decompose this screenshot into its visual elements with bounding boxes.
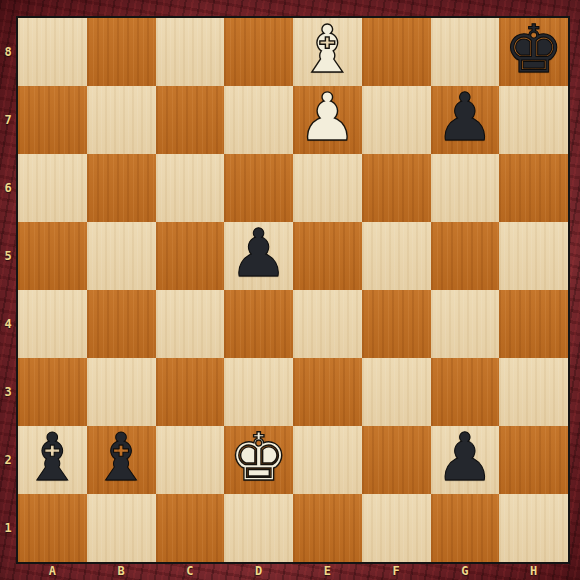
square-g4[interactable] <box>431 290 500 358</box>
rank-label-7: 7 <box>0 86 16 154</box>
square-d6[interactable] <box>224 154 293 222</box>
square-a2[interactable]: ♝ <box>18 426 87 494</box>
square-f6[interactable] <box>362 154 431 222</box>
white-king[interactable]: ♚ <box>229 424 288 492</box>
square-c7[interactable] <box>156 86 225 154</box>
black-bishop[interactable]: ♝ <box>92 424 151 492</box>
rank-label-4: 4 <box>0 290 16 358</box>
square-c5[interactable] <box>156 222 225 290</box>
square-h1[interactable] <box>499 494 568 562</box>
file-labels: ABCDEFGH <box>18 562 568 579</box>
square-f1[interactable] <box>362 494 431 562</box>
square-g3[interactable] <box>431 358 500 426</box>
square-f2[interactable] <box>362 426 431 494</box>
black-bishop[interactable]: ♝ <box>23 424 82 492</box>
square-g7[interactable]: ♟ <box>431 86 500 154</box>
square-b2[interactable]: ♝ <box>87 426 156 494</box>
square-d7[interactable] <box>224 86 293 154</box>
square-h6[interactable] <box>499 154 568 222</box>
rank-label-1: 1 <box>0 494 16 562</box>
square-c8[interactable] <box>156 18 225 86</box>
square-f5[interactable] <box>362 222 431 290</box>
file-label-d: D <box>224 562 293 579</box>
square-a4[interactable] <box>18 290 87 358</box>
square-c1[interactable] <box>156 494 225 562</box>
square-f8[interactable] <box>362 18 431 86</box>
square-b6[interactable] <box>87 154 156 222</box>
square-e6[interactable] <box>293 154 362 222</box>
square-d3[interactable] <box>224 358 293 426</box>
square-h4[interactable] <box>499 290 568 358</box>
rank-label-3: 3 <box>0 358 16 426</box>
square-c6[interactable] <box>156 154 225 222</box>
square-h5[interactable] <box>499 222 568 290</box>
square-g5[interactable] <box>431 222 500 290</box>
square-b8[interactable] <box>87 18 156 86</box>
chess-board: ♝♚♟♟♟♝♝♚♟ <box>16 16 570 564</box>
square-d8[interactable] <box>224 18 293 86</box>
square-h3[interactable] <box>499 358 568 426</box>
square-e7[interactable]: ♟ <box>293 86 362 154</box>
square-g6[interactable] <box>431 154 500 222</box>
square-b5[interactable] <box>87 222 156 290</box>
rank-label-5: 5 <box>0 222 16 290</box>
square-d1[interactable] <box>224 494 293 562</box>
square-c3[interactable] <box>156 358 225 426</box>
square-f3[interactable] <box>362 358 431 426</box>
file-label-g: G <box>431 562 500 579</box>
black-pawn[interactable]: ♟ <box>229 220 288 288</box>
square-a3[interactable] <box>18 358 87 426</box>
file-label-c: C <box>156 562 225 579</box>
square-e4[interactable] <box>293 290 362 358</box>
white-pawn[interactable]: ♟ <box>298 84 357 152</box>
square-e3[interactable] <box>293 358 362 426</box>
file-label-h: H <box>499 562 568 579</box>
square-d5[interactable]: ♟ <box>224 222 293 290</box>
file-label-f: F <box>362 562 431 579</box>
square-h2[interactable] <box>499 426 568 494</box>
square-h8[interactable]: ♚ <box>499 18 568 86</box>
board-frame: ♝♚♟♟♟♝♝♚♟ 87654321 ABCDEFGH <box>0 0 580 580</box>
square-c4[interactable] <box>156 290 225 358</box>
black-king[interactable]: ♚ <box>504 16 563 84</box>
rank-label-2: 2 <box>0 426 16 494</box>
square-g2[interactable]: ♟ <box>431 426 500 494</box>
square-f4[interactable] <box>362 290 431 358</box>
square-a5[interactable] <box>18 222 87 290</box>
square-a8[interactable] <box>18 18 87 86</box>
square-e1[interactable] <box>293 494 362 562</box>
square-f7[interactable] <box>362 86 431 154</box>
square-e5[interactable] <box>293 222 362 290</box>
square-g8[interactable] <box>431 18 500 86</box>
square-d2[interactable]: ♚ <box>224 426 293 494</box>
file-label-a: A <box>18 562 87 579</box>
square-c2[interactable] <box>156 426 225 494</box>
rank-label-8: 8 <box>0 18 16 86</box>
black-pawn[interactable]: ♟ <box>435 424 494 492</box>
square-e2[interactable] <box>293 426 362 494</box>
rank-labels: 87654321 <box>0 18 16 562</box>
rank-label-6: 6 <box>0 154 16 222</box>
file-label-e: E <box>293 562 362 579</box>
square-b3[interactable] <box>87 358 156 426</box>
square-g1[interactable] <box>431 494 500 562</box>
black-pawn[interactable]: ♟ <box>435 84 494 152</box>
square-h7[interactable] <box>499 86 568 154</box>
square-b1[interactable] <box>87 494 156 562</box>
square-e8[interactable]: ♝ <box>293 18 362 86</box>
square-b4[interactable] <box>87 290 156 358</box>
file-label-b: B <box>87 562 156 579</box>
square-a6[interactable] <box>18 154 87 222</box>
square-a1[interactable] <box>18 494 87 562</box>
square-b7[interactable] <box>87 86 156 154</box>
square-a7[interactable] <box>18 86 87 154</box>
white-bishop[interactable]: ♝ <box>298 16 357 84</box>
square-d4[interactable] <box>224 290 293 358</box>
